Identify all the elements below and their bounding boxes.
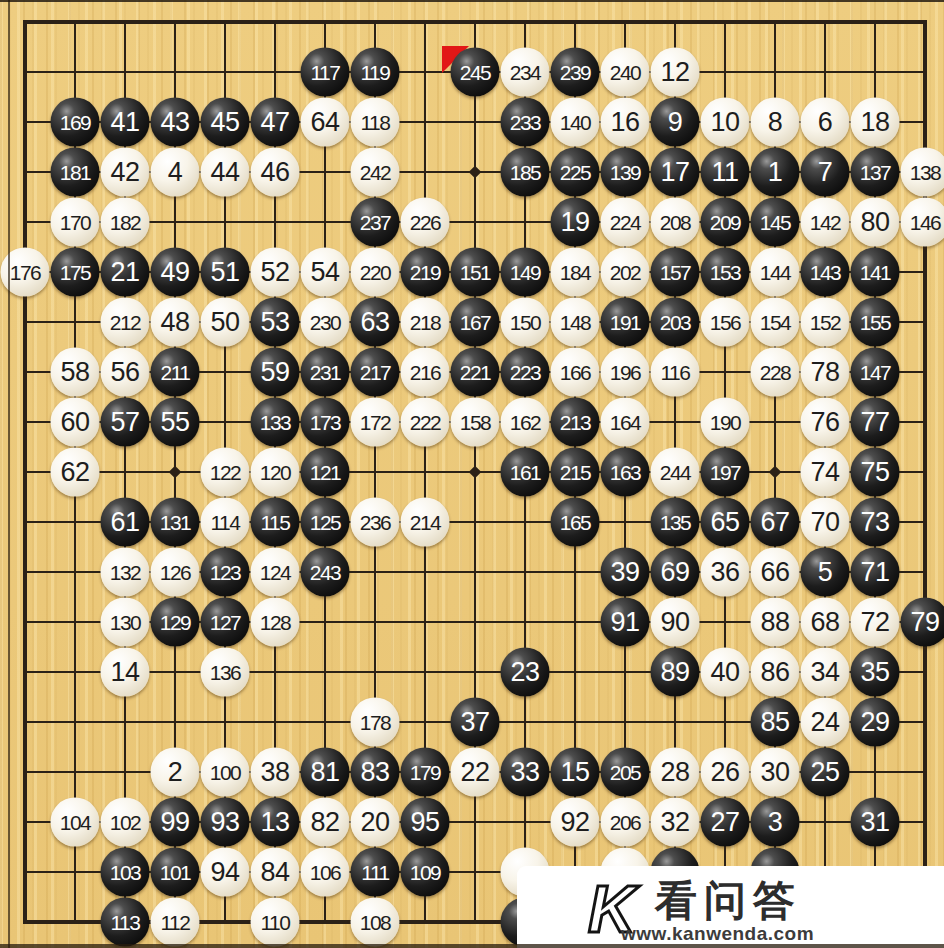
move-number: 99 [160,809,189,836]
stone-black-3: 3 [751,798,800,847]
move-number: 36 [710,559,739,586]
move-number: 113 [111,912,140,933]
move-number: 24 [810,709,839,736]
stone-white-228: 228 [751,348,800,397]
stone-black-57: 57 [101,398,150,447]
stone-white-28: 28 [651,748,700,797]
stone-black-99: 99 [151,798,200,847]
stone-black-137: 137 [851,148,900,197]
move-number: 50 [210,309,239,336]
move-number: 67 [760,509,789,536]
stone-white-74: 74 [801,448,850,497]
move-number: 157 [660,262,691,283]
stone-black-61: 61 [101,498,150,547]
stone-white-10: 10 [701,98,750,147]
move-number: 156 [710,312,741,333]
stone-white-114: 114 [201,498,250,547]
move-number: 158 [460,412,491,433]
watermark-title: 看问答 [655,880,814,922]
stone-white-184: 184 [551,248,600,297]
stone-white-128: 128 [251,598,300,647]
move-number: 79 [910,609,939,636]
stone-white-218: 218 [401,298,450,347]
move-number: 144 [760,262,791,283]
stone-black-113: 113 [101,898,150,947]
stone-white-136: 136 [201,648,250,697]
stone-white-68: 68 [801,598,850,647]
move-number: 226 [410,212,441,233]
move-number: 73 [860,509,889,536]
stone-white-106: 106 [301,848,350,897]
stone-black-149: 149 [501,248,550,297]
stone-white-94: 94 [201,848,250,897]
move-number: 26 [710,759,739,786]
stone-white-38: 38 [251,748,300,797]
stone-black-103: 103 [101,848,150,897]
move-number: 57 [110,409,139,436]
move-number: 197 [710,462,741,483]
move-number: 132 [110,562,141,583]
stone-white-6: 6 [801,98,850,147]
stone-black-37: 37 [451,698,500,747]
move-number: 56 [110,359,139,386]
move-number: 142 [810,212,841,233]
move-number: 149 [510,262,541,283]
move-number: 49 [160,259,189,286]
stone-black-157: 157 [651,248,700,297]
move-number: 216 [410,362,441,383]
stone-black-147: 147 [851,348,900,397]
move-number: 220 [360,262,391,283]
stone-black-63: 63 [351,298,400,347]
stone-white-208: 208 [651,198,700,247]
stone-white-222: 222 [401,398,450,447]
stone-black-109: 109 [401,848,450,897]
go-board: 1171192452342392401216941434547641182331… [0,0,944,948]
stone-white-30: 30 [751,748,800,797]
move-number: 118 [361,112,390,133]
move-number: 203 [660,312,691,333]
move-number: 8 [768,109,783,136]
stone-white-100: 100 [201,748,250,797]
move-number: 69 [660,559,689,586]
stone-black-225: 225 [551,148,600,197]
move-number: 1 [768,159,783,186]
stone-white-32: 32 [651,798,700,847]
move-number: 138 [910,162,941,183]
move-number: 106 [310,862,341,883]
stone-white-226: 226 [401,198,450,247]
stone-white-12: 12 [651,48,700,97]
watermark-url: www.kanwenda.com [621,924,814,943]
move-number: 33 [510,759,539,786]
move-number: 205 [610,762,641,783]
move-number: 14 [110,659,139,686]
stone-white-42: 42 [101,148,150,197]
stone-white-108: 108 [351,898,400,947]
stone-black-11: 11 [701,148,750,197]
stone-white-182: 182 [101,198,150,247]
stone-white-244: 244 [651,448,700,497]
move-number: 110 [261,912,290,933]
move-number: 202 [610,262,641,283]
stone-black-121: 121 [301,448,350,497]
stone-white-20: 20 [351,798,400,847]
move-number: 135 [660,512,691,533]
stone-black-9: 9 [651,98,700,147]
stone-white-142: 142 [801,198,850,247]
stone-white-102: 102 [101,798,150,847]
stone-black-209: 209 [701,198,750,247]
stone-black-141: 141 [851,248,900,297]
stone-black-75: 75 [851,448,900,497]
stone-white-224: 224 [601,198,650,247]
stone-black-33: 33 [501,748,550,797]
move-number: 150 [510,312,541,333]
move-number: 245 [460,62,491,83]
stone-black-245: 245 [451,48,500,97]
stone-black-73: 73 [851,498,900,547]
stone-white-78: 78 [801,348,850,397]
move-number: 30 [760,759,789,786]
stone-white-206: 206 [601,798,650,847]
move-number: 59 [260,359,289,386]
stone-black-125: 125 [301,498,350,547]
move-number: 72 [860,609,889,636]
move-number: 128 [260,612,291,633]
move-number: 212 [110,312,141,333]
move-number: 88 [760,609,789,636]
stone-black-19: 19 [551,198,600,247]
stone-black-85: 85 [751,698,800,747]
stone-black-179: 179 [401,748,450,797]
stone-white-40: 40 [701,648,750,697]
stone-white-84: 84 [251,848,300,897]
move-number: 6 [818,109,833,136]
move-number: 208 [660,212,691,233]
stone-black-31: 31 [851,798,900,847]
move-number: 25 [810,759,839,786]
move-number: 119 [361,62,390,83]
stone-black-161: 161 [501,448,550,497]
star-point [469,466,482,479]
move-number: 129 [160,612,191,633]
stone-black-117: 117 [301,48,350,97]
move-number: 27 [710,809,739,836]
move-number: 234 [510,62,541,83]
stone-white-158: 158 [451,398,500,447]
stone-white-44: 44 [201,148,250,197]
move-number: 230 [310,312,341,333]
move-number: 70 [810,509,839,536]
stone-black-191: 191 [601,298,650,347]
move-number: 95 [410,809,439,836]
move-number: 62 [60,459,89,486]
move-number: 231 [310,362,341,383]
stone-black-77: 77 [851,398,900,447]
stone-black-135: 135 [651,498,700,547]
stone-black-173: 173 [301,398,350,447]
move-number: 38 [260,759,289,786]
stone-black-223: 223 [501,348,550,397]
stone-black-91: 91 [601,598,650,647]
star-point [169,466,182,479]
move-number: 101 [160,862,191,883]
stone-black-27: 27 [701,798,750,847]
stone-black-123: 123 [201,548,250,597]
stone-white-230: 230 [301,298,350,347]
move-number: 15 [560,759,589,786]
move-number: 213 [560,412,591,433]
stone-black-5: 5 [801,548,850,597]
move-number: 28 [660,759,689,786]
move-number: 64 [310,109,339,136]
stone-white-150: 150 [501,298,550,347]
stone-white-154: 154 [751,298,800,347]
move-number: 74 [810,459,839,486]
move-number: 63 [360,309,389,336]
move-number: 130 [110,612,141,633]
stone-black-43: 43 [151,98,200,147]
stone-white-112: 112 [151,898,200,947]
stone-black-153: 153 [701,248,750,297]
move-number: 90 [660,609,689,636]
move-number: 145 [760,212,791,233]
stone-white-196: 196 [601,348,650,397]
move-number: 162 [510,412,541,433]
stone-white-122: 122 [201,448,250,497]
stone-black-145: 145 [751,198,800,247]
move-number: 155 [860,312,891,333]
move-number: 13 [260,809,289,836]
move-number: 217 [360,362,391,383]
move-number: 37 [460,709,489,736]
move-number: 139 [610,162,641,183]
stone-black-53: 53 [251,298,300,347]
move-number: 9 [668,109,683,136]
stone-black-197: 197 [701,448,750,497]
move-number: 103 [110,862,141,883]
stone-black-83: 83 [351,748,400,797]
stone-black-239: 239 [551,48,600,97]
stone-black-185: 185 [501,148,550,197]
stone-white-118: 118 [351,98,400,147]
stone-black-65: 65 [701,498,750,547]
stone-white-220: 220 [351,248,400,297]
stone-white-2: 2 [151,748,200,797]
stone-white-148: 148 [551,298,600,347]
stone-black-233: 233 [501,98,550,147]
move-number: 102 [110,812,141,833]
move-number: 206 [610,812,641,833]
stone-black-89: 89 [651,648,700,697]
move-number: 163 [610,462,641,483]
move-number: 164 [610,412,641,433]
move-number: 244 [660,462,691,483]
stone-black-59: 59 [251,348,300,397]
stone-black-55: 55 [151,398,200,447]
move-number: 172 [360,412,391,433]
stone-black-25: 25 [801,748,850,797]
stone-white-216: 216 [401,348,450,397]
stone-black-67: 67 [751,498,800,547]
star-point [769,466,782,479]
move-number: 176 [10,262,41,283]
stone-white-54: 54 [301,248,350,297]
stone-black-139: 139 [601,148,650,197]
stone-black-101: 101 [151,848,200,897]
move-number: 18 [860,109,889,136]
move-number: 84 [260,859,289,886]
move-number: 53 [260,309,289,336]
stone-black-221: 221 [451,348,500,397]
move-number: 47 [260,109,289,136]
move-number: 48 [160,309,189,336]
move-number: 40 [710,659,739,686]
stone-white-4: 4 [151,148,200,197]
stone-black-39: 39 [601,548,650,597]
stone-black-133: 133 [251,398,300,447]
move-number: 179 [410,762,441,783]
move-number: 184 [560,262,591,283]
move-number: 222 [410,412,441,433]
stone-white-92: 92 [551,798,600,847]
stone-white-162: 162 [501,398,550,447]
move-number: 93 [210,809,239,836]
move-number: 91 [610,609,639,636]
move-number: 126 [160,562,191,583]
move-number: 237 [360,212,391,233]
move-number: 215 [560,462,591,483]
stone-black-181: 181 [51,148,100,197]
stone-black-81: 81 [301,748,350,797]
stone-black-151: 151 [451,248,500,297]
move-number: 140 [560,112,591,133]
stone-black-29: 29 [851,698,900,747]
move-number: 153 [710,262,741,283]
move-number: 68 [810,609,839,636]
move-number: 89 [660,659,689,686]
move-number: 170 [60,212,91,233]
stone-black-167: 167 [451,298,500,347]
move-number: 151 [460,262,491,283]
stone-white-178: 178 [351,698,400,747]
move-number: 146 [910,212,941,233]
photo-edge-left [8,0,10,948]
move-number: 122 [210,462,241,483]
move-number: 133 [260,412,291,433]
move-number: 121 [310,462,341,483]
move-number: 154 [760,312,791,333]
move-number: 32 [660,809,689,836]
move-number: 169 [60,112,91,133]
move-number: 239 [560,62,591,83]
move-number: 55 [160,409,189,436]
stone-white-190: 190 [701,398,750,447]
move-number: 46 [260,159,289,186]
stone-black-49: 49 [151,248,200,297]
move-number: 242 [360,162,391,183]
stone-black-215: 215 [551,448,600,497]
move-number: 86 [760,659,789,686]
stone-black-15: 15 [551,748,600,797]
move-number: 80 [860,209,889,236]
move-number: 31 [860,809,889,836]
stone-black-219: 219 [401,248,450,297]
move-number: 218 [410,312,441,333]
stone-white-172: 172 [351,398,400,447]
watermark: K 看问答 www.kanwenda.com [517,866,944,948]
stone-black-127: 127 [201,598,250,647]
stone-white-164: 164 [601,398,650,447]
move-number: 240 [610,62,641,83]
move-number: 29 [860,709,889,736]
move-number: 17 [660,159,689,186]
move-number: 71 [860,559,889,586]
stone-black-71: 71 [851,548,900,597]
stone-black-51: 51 [201,248,250,297]
stone-white-22: 22 [451,748,500,797]
stone-white-236: 236 [351,498,400,547]
stone-white-104: 104 [51,798,100,847]
move-number: 181 [60,162,91,183]
stone-white-66: 66 [751,548,800,597]
stone-white-170: 170 [51,198,100,247]
move-number: 5 [818,559,833,586]
move-number: 178 [360,712,391,733]
move-number: 131 [160,512,191,533]
move-number: 116 [661,362,690,383]
stone-white-86: 86 [751,648,800,697]
move-number: 182 [110,212,141,233]
move-number: 165 [560,512,591,533]
stone-white-18: 18 [851,98,900,147]
move-number: 161 [510,462,541,483]
move-number: 20 [360,809,389,836]
move-number: 2 [168,759,183,786]
move-number: 75 [860,459,889,486]
stone-black-93: 93 [201,798,250,847]
move-number: 148 [560,312,591,333]
move-number: 108 [360,912,391,933]
photo-edge-bottom [0,944,944,948]
stone-black-41: 41 [101,98,150,147]
move-number: 219 [410,262,441,283]
move-number: 175 [60,262,91,283]
move-number: 54 [310,259,339,286]
stone-white-64: 64 [301,98,350,147]
stone-black-1: 1 [751,148,800,197]
photo-edge-top [0,0,944,2]
stone-white-76: 76 [801,398,850,447]
move-number: 243 [310,562,341,583]
stone-black-169: 169 [51,98,100,147]
move-number: 143 [810,262,841,283]
move-number: 120 [260,462,291,483]
move-number: 92 [560,809,589,836]
stone-white-60: 60 [51,398,100,447]
stone-black-17: 17 [651,148,700,197]
move-number: 125 [310,512,341,533]
stone-white-58: 58 [51,348,100,397]
stone-black-115: 115 [251,498,300,547]
stone-white-144: 144 [751,248,800,297]
stone-black-35: 35 [851,648,900,697]
stone-white-212: 212 [101,298,150,347]
move-number: 224 [610,212,641,233]
stone-black-165: 165 [551,498,600,547]
move-number: 236 [360,512,391,533]
